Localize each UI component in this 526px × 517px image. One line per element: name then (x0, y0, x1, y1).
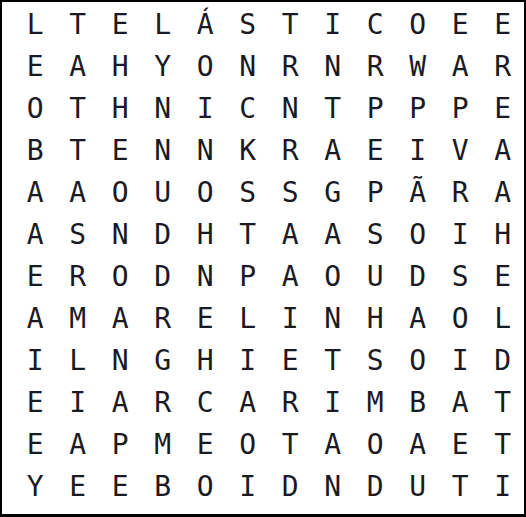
grid-cell-r5c8[interactable]: G (312, 172, 355, 214)
grid-cell-r6c2[interactable]: S (57, 214, 100, 256)
grid-cell-r8c9[interactable]: H (354, 298, 397, 340)
grid-cell-r10c12[interactable]: T (482, 382, 525, 424)
grid-cell-r10c9[interactable]: M (354, 382, 397, 424)
grid-cell-r5c5[interactable]: O (184, 172, 227, 214)
grid-cell-r2c2[interactable]: A (57, 46, 100, 88)
grid-cell-r11c1[interactable]: E (14, 424, 57, 466)
grid-cell-r7c5[interactable]: N (184, 256, 227, 298)
grid-cell-r2c6[interactable]: N (227, 46, 270, 88)
grid-cell-r12c8[interactable]: N (312, 466, 355, 508)
grid-cell-r3c8[interactable]: T (312, 88, 355, 130)
grid-cell-r11c7[interactable]: T (269, 424, 312, 466)
grid-cell-r10c2[interactable]: I (57, 382, 100, 424)
grid-cell-r10c4[interactable]: R (142, 382, 185, 424)
grid-cell-r3c7[interactable]: N (269, 88, 312, 130)
grid-cell-r2c3[interactable]: H (99, 46, 142, 88)
grid-cell-r2c7[interactable]: R (269, 46, 312, 88)
grid-cell-r1c1[interactable]: L (14, 4, 57, 46)
grid-cell-r2c8[interactable]: N (312, 46, 355, 88)
grid-cell-r1c12[interactable]: E (482, 4, 525, 46)
grid-cell-r8c2[interactable]: M (57, 298, 100, 340)
grid-cell-r4c7[interactable]: R (269, 130, 312, 172)
grid-cell-r11c10[interactable]: A (397, 424, 440, 466)
grid-cell-r12c6[interactable]: I (227, 466, 270, 508)
grid-cell-r4c9[interactable]: E (354, 130, 397, 172)
grid-cell-r4c3[interactable]: E (99, 130, 142, 172)
grid-cell-r2c4[interactable]: Y (142, 46, 185, 88)
grid-cell-r5c12[interactable]: A (482, 172, 525, 214)
grid-cell-r8c6[interactable]: L (227, 298, 270, 340)
grid-cell-r6c7[interactable]: A (269, 214, 312, 256)
grid-cell-r10c6[interactable]: A (227, 382, 270, 424)
grid-cell-r9c6[interactable]: I (227, 340, 270, 382)
grid-cell-r9c4[interactable]: G (142, 340, 185, 382)
grid-cell-r9c3[interactable]: N (99, 340, 142, 382)
grid-cell-r2c10[interactable]: W (397, 46, 440, 88)
grid-cell-r6c11[interactable]: I (439, 214, 482, 256)
grid-cell-r5c10[interactable]: Ã (397, 172, 440, 214)
grid-cell-r12c1[interactable]: Y (14, 466, 57, 508)
grid-cell-r1c6[interactable]: S (227, 4, 270, 46)
grid-cell-r4c12[interactable]: A (482, 130, 525, 172)
grid-cell-r9c7[interactable]: E (269, 340, 312, 382)
grid-cell-r10c1[interactable]: E (14, 382, 57, 424)
grid-cell-r1c2[interactable]: T (57, 4, 100, 46)
grid-cell-r5c11[interactable]: R (439, 172, 482, 214)
grid-cell-r12c11[interactable]: T (439, 466, 482, 508)
grid-cell-r10c7[interactable]: R (269, 382, 312, 424)
grid-cell-r9c11[interactable]: I (439, 340, 482, 382)
grid-cell-r10c11[interactable]: A (439, 382, 482, 424)
grid-cell-r1c9[interactable]: C (354, 4, 397, 46)
grid-cell-r7c3[interactable]: O (99, 256, 142, 298)
grid-cell-r5c7[interactable]: S (269, 172, 312, 214)
grid-cell-r3c6[interactable]: C (227, 88, 270, 130)
grid-cell-r1c5[interactable]: Á (184, 4, 227, 46)
grid-cell-r1c3[interactable]: E (99, 4, 142, 46)
grid-cell-r6c10[interactable]: O (397, 214, 440, 256)
grid-cell-r2c12[interactable]: R (482, 46, 525, 88)
grid-cell-r7c6[interactable]: P (227, 256, 270, 298)
grid-cell-r9c1[interactable]: I (14, 340, 57, 382)
grid-cell-r1c4[interactable]: L (142, 4, 185, 46)
grid-cell-r9c2[interactable]: L (57, 340, 100, 382)
grid-cell-r9c5[interactable]: H (184, 340, 227, 382)
grid-cell-r12c4[interactable]: B (142, 466, 185, 508)
grid-cell-r3c5[interactable]: I (184, 88, 227, 130)
grid-cell-r6c6[interactable]: T (227, 214, 270, 256)
grid-cell-r10c3[interactable]: A (99, 382, 142, 424)
grid-cell-r7c9[interactable]: U (354, 256, 397, 298)
grid-cell-r8c5[interactable]: E (184, 298, 227, 340)
grid-cell-r12c7[interactable]: D (269, 466, 312, 508)
grid-cell-r3c9[interactable]: P (354, 88, 397, 130)
grid-cell-r8c12[interactable]: L (482, 298, 525, 340)
grid-cell-r2c1[interactable]: E (14, 46, 57, 88)
grid-cell-r4c8[interactable]: A (312, 130, 355, 172)
grid-cell-r5c9[interactable]: P (354, 172, 397, 214)
grid-cell-r5c1[interactable]: A (14, 172, 57, 214)
word-search-board: LTELÁSTICOEEEAHYONRNRWAROTHNICNTPPPEBTEN… (14, 4, 524, 508)
grid-cell-r9c12[interactable]: D (482, 340, 525, 382)
grid-cell-r8c1[interactable]: A (14, 298, 57, 340)
grid-cell-r7c4[interactable]: D (142, 256, 185, 298)
grid-cell-r8c11[interactable]: O (439, 298, 482, 340)
grid-cell-r12c12[interactable]: I (482, 466, 525, 508)
grid-cell-r12c5[interactable]: O (184, 466, 227, 508)
grid-cell-r7c12[interactable]: E (482, 256, 525, 298)
grid-cell-r4c5[interactable]: N (184, 130, 227, 172)
grid-cell-r7c2[interactable]: R (57, 256, 100, 298)
grid-cell-r9c10[interactable]: O (397, 340, 440, 382)
grid-cell-r6c4[interactable]: D (142, 214, 185, 256)
grid-cell-r6c5[interactable]: H (184, 214, 227, 256)
grid-cell-r3c3[interactable]: H (99, 88, 142, 130)
grid-cell-r11c4[interactable]: M (142, 424, 185, 466)
grid-cell-r6c9[interactable]: S (354, 214, 397, 256)
grid-cell-r5c2[interactable]: A (57, 172, 100, 214)
grid-cell-r5c6[interactable]: S (227, 172, 270, 214)
grid-cell-r4c4[interactable]: N (142, 130, 185, 172)
grid-cell-r9c8[interactable]: T (312, 340, 355, 382)
grid-cell-r11c2[interactable]: A (57, 424, 100, 466)
grid-cell-r6c8[interactable]: A (312, 214, 355, 256)
grid-cell-r11c12[interactable]: T (482, 424, 525, 466)
grid-cell-r1c8[interactable]: I (312, 4, 355, 46)
grid-cell-r3c12[interactable]: E (482, 88, 525, 130)
grid-cell-r3c2[interactable]: T (57, 88, 100, 130)
grid-cell-r8c4[interactable]: R (142, 298, 185, 340)
grid-cell-r2c11[interactable]: A (439, 46, 482, 88)
grid-cell-r6c1[interactable]: A (14, 214, 57, 256)
grid-cell-r3c10[interactable]: P (397, 88, 440, 130)
grid-cell-r6c12[interactable]: H (482, 214, 525, 256)
grid-cell-r5c4[interactable]: U (142, 172, 185, 214)
grid-cell-r6c3[interactable]: N (99, 214, 142, 256)
grid-cell-r3c11[interactable]: P (439, 88, 482, 130)
grid-cell-r10c10[interactable]: B (397, 382, 440, 424)
grid-cell-r10c8[interactable]: I (312, 382, 355, 424)
grid-cell-r12c2[interactable]: E (57, 466, 100, 508)
grid-cell-r11c5[interactable]: E (184, 424, 227, 466)
grid-cell-r11c6[interactable]: O (227, 424, 270, 466)
grid-cell-r11c8[interactable]: A (312, 424, 355, 466)
grid-cell-r2c9[interactable]: R (354, 46, 397, 88)
grid-cell-r1c10[interactable]: O (397, 4, 440, 46)
grid-cell-r12c10[interactable]: U (397, 466, 440, 508)
grid-cell-r4c6[interactable]: K (227, 130, 270, 172)
grid-cell-r4c1[interactable]: B (14, 130, 57, 172)
grid-cell-r12c3[interactable]: E (99, 466, 142, 508)
grid-cell-r1c11[interactable]: E (439, 4, 482, 46)
grid-cell-r2c5[interactable]: O (184, 46, 227, 88)
grid-cell-r8c7[interactable]: I (269, 298, 312, 340)
grid-cell-r8c3[interactable]: A (99, 298, 142, 340)
grid-cell-r7c11[interactable]: S (439, 256, 482, 298)
grid-cell-r12c9[interactable]: D (354, 466, 397, 508)
grid-cell-r8c8[interactable]: N (312, 298, 355, 340)
grid-cell-r7c10[interactable]: D (397, 256, 440, 298)
grid-cell-r11c3[interactable]: P (99, 424, 142, 466)
word-search-board-frame: LTELÁSTICOEEEAHYONRNRWAROTHNICNTPPPEBTEN… (0, 0, 526, 517)
grid-cell-r4c2[interactable]: T (57, 130, 100, 172)
grid-cell-r11c9[interactable]: O (354, 424, 397, 466)
grid-cell-r8c10[interactable]: A (397, 298, 440, 340)
grid-cell-r7c8[interactable]: O (312, 256, 355, 298)
grid-cell-r10c5[interactable]: C (184, 382, 227, 424)
grid-cell-r3c4[interactable]: N (142, 88, 185, 130)
grid-cell-r4c10[interactable]: I (397, 130, 440, 172)
grid-cell-r4c11[interactable]: V (439, 130, 482, 172)
grid-cell-r11c11[interactable]: E (439, 424, 482, 466)
grid-cell-r7c7[interactable]: A (269, 256, 312, 298)
grid-cell-r1c7[interactable]: T (269, 4, 312, 46)
grid-cell-r9c9[interactable]: S (354, 340, 397, 382)
grid-cell-r7c1[interactable]: E (14, 256, 57, 298)
grid-cell-r5c3[interactable]: O (99, 172, 142, 214)
grid-cell-r3c1[interactable]: O (14, 88, 57, 130)
